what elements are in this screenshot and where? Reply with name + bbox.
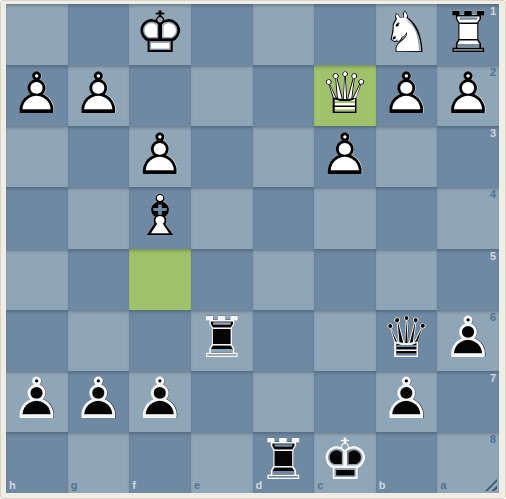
square-b5[interactable] [376, 249, 438, 310]
square-f8[interactable]: f [129, 432, 191, 493]
rank-label-3: 3 [490, 128, 496, 139]
piece-wK-f1[interactable]: ♚♔ [129, 4, 191, 65]
piece-bP-b7[interactable]: ♟♙ [376, 371, 438, 432]
square-d8[interactable]: ♜♖d [253, 432, 315, 493]
piece-wP-g2[interactable]: ♟♙ [68, 65, 130, 126]
square-b8[interactable]: b [376, 432, 438, 493]
chess-diagram: ♚♔♞♘♜♖1♟♙♟♙♛♕♟♙♟♙2♟♙♟♙3♝♗45♜♖♛♕♟♙6♟♙♟♙♟♙… [0, 0, 506, 499]
piece-wP-h2[interactable]: ♟♙ [6, 65, 68, 126]
black-piece-glyph: ♟ [129, 371, 191, 428]
square-b6[interactable]: ♛♕ [376, 310, 438, 371]
square-g6[interactable] [68, 310, 130, 371]
file-label-g: g [71, 480, 78, 491]
square-h1[interactable] [6, 4, 68, 65]
square-c4[interactable] [314, 187, 376, 248]
white-piece-glyph: ♟ [314, 126, 376, 183]
square-f2[interactable] [129, 65, 191, 126]
square-e2[interactable] [191, 65, 253, 126]
square-h5[interactable] [6, 249, 68, 310]
piece-outline-glyph: ♙ [314, 126, 376, 183]
piece-outline-glyph: ♖ [191, 309, 253, 366]
piece-bP-h7[interactable]: ♟♙ [6, 371, 68, 432]
square-b3[interactable] [376, 126, 438, 187]
square-d4[interactable] [253, 187, 315, 248]
resize-handle-icon[interactable] [485, 479, 497, 491]
rank-label-4: 4 [490, 189, 496, 200]
square-a7[interactable]: 7 [437, 371, 499, 432]
square-g1[interactable] [68, 4, 130, 65]
square-g5[interactable] [68, 249, 130, 310]
square-a4[interactable]: 4 [437, 187, 499, 248]
white-piece-glyph: ♟ [376, 65, 438, 122]
chess-board: ♚♔♞♘♜♖1♟♙♟♙♛♕♟♙♟♙2♟♙♟♙3♝♗45♜♖♛♕♟♙6♟♙♟♙♟♙… [6, 4, 499, 493]
piece-wQ-c2[interactable]: ♛♕ [314, 65, 376, 126]
piece-outline-glyph: ♔ [129, 4, 191, 61]
piece-outline-glyph: ♙ [6, 371, 68, 428]
rank-label-7: 7 [490, 373, 496, 384]
rank-label-5: 5 [490, 251, 496, 262]
square-b2[interactable]: ♟♙ [376, 65, 438, 126]
piece-bK-c8[interactable]: ♚♔ [314, 432, 376, 493]
white-piece-glyph: ♛ [314, 65, 376, 122]
square-b7[interactable]: ♟♙ [376, 371, 438, 432]
piece-outline-glyph: ♙ [68, 65, 130, 122]
square-e8[interactable]: e [191, 432, 253, 493]
file-label-e: e [194, 480, 200, 491]
square-c6[interactable] [314, 310, 376, 371]
piece-outline-glyph: ♕ [314, 65, 376, 122]
piece-wP-f3[interactable]: ♟♙ [129, 126, 191, 187]
square-d5[interactable] [253, 249, 315, 310]
white-piece-glyph: ♞ [376, 4, 438, 61]
piece-bR-e6[interactable]: ♜♖ [191, 310, 253, 371]
square-a8[interactable]: 8a [437, 432, 499, 493]
white-piece-glyph: ♟ [6, 65, 68, 122]
white-piece-glyph: ♝ [129, 187, 191, 244]
square-g3[interactable] [68, 126, 130, 187]
rank-label-6: 6 [490, 312, 496, 323]
square-f3[interactable]: ♟♙ [129, 126, 191, 187]
piece-outline-glyph: ♕ [376, 309, 438, 366]
square-c5[interactable] [314, 249, 376, 310]
black-piece-glyph: ♟ [68, 371, 130, 428]
rank-label-2: 2 [490, 67, 496, 78]
rank-label-1: 1 [490, 6, 496, 17]
piece-outline-glyph: ♙ [6, 65, 68, 122]
square-a3[interactable]: 3 [437, 126, 499, 187]
file-label-d: d [256, 480, 263, 491]
square-f5[interactable] [129, 249, 191, 310]
piece-outline-glyph: ♙ [376, 371, 438, 428]
square-e7[interactable] [191, 371, 253, 432]
square-h6[interactable] [6, 310, 68, 371]
piece-outline-glyph: ♗ [129, 187, 191, 244]
white-piece-glyph: ♟ [129, 126, 191, 183]
square-c7[interactable] [314, 371, 376, 432]
square-h8[interactable]: h [6, 432, 68, 493]
square-e6[interactable]: ♜♖ [191, 310, 253, 371]
black-piece-glyph: ♛ [376, 309, 438, 366]
piece-outline-glyph: ♘ [376, 4, 438, 61]
white-piece-glyph: ♚ [129, 4, 191, 61]
piece-wN-b1[interactable]: ♞♘ [376, 4, 438, 65]
square-d1[interactable] [253, 4, 315, 65]
square-c1[interactable] [314, 4, 376, 65]
square-a5[interactable]: 5 [437, 249, 499, 310]
black-piece-glyph: ♟ [376, 371, 438, 428]
square-f4[interactable]: ♝♗ [129, 187, 191, 248]
black-piece-glyph: ♟ [6, 371, 68, 428]
square-g7[interactable]: ♟♙ [68, 371, 130, 432]
piece-wB-f4[interactable]: ♝♗ [129, 187, 191, 248]
square-a6[interactable]: ♟♙6 [437, 310, 499, 371]
square-c3[interactable]: ♟♙ [314, 126, 376, 187]
file-label-f: f [132, 480, 136, 491]
piece-wP-b2[interactable]: ♟♙ [376, 65, 438, 126]
square-d7[interactable] [253, 371, 315, 432]
square-g2[interactable]: ♟♙ [68, 65, 130, 126]
square-f7[interactable]: ♟♙ [129, 371, 191, 432]
piece-outline-glyph: ♙ [129, 371, 191, 428]
square-g4[interactable] [68, 187, 130, 248]
file-label-h: h [9, 480, 16, 491]
square-e4[interactable] [191, 187, 253, 248]
square-a2[interactable]: ♟♙2 [437, 65, 499, 126]
piece-bP-g7[interactable]: ♟♙ [68, 371, 130, 432]
square-c8[interactable]: ♚♔c [314, 432, 376, 493]
square-g8[interactable]: g [68, 432, 130, 493]
piece-outline-glyph: ♙ [376, 65, 438, 122]
square-h4[interactable] [6, 187, 68, 248]
square-b4[interactable] [376, 187, 438, 248]
square-h7[interactable]: ♟♙ [6, 371, 68, 432]
square-a1[interactable]: ♜♖1 [437, 4, 499, 65]
square-b1[interactable]: ♞♘ [376, 4, 438, 65]
file-label-a: a [440, 480, 446, 491]
file-label-b: b [379, 480, 386, 491]
square-h3[interactable] [6, 126, 68, 187]
square-d2[interactable] [253, 65, 315, 126]
square-h2[interactable]: ♟♙ [6, 65, 68, 126]
piece-outline-glyph: ♙ [129, 126, 191, 183]
piece-bP-f7[interactable]: ♟♙ [129, 371, 191, 432]
piece-wP-c3[interactable]: ♟♙ [314, 126, 376, 187]
piece-outline-glyph: ♔ [314, 432, 376, 489]
square-d3[interactable] [253, 126, 315, 187]
square-c2[interactable]: ♛♕ [314, 65, 376, 126]
piece-outline-glyph: ♙ [68, 371, 130, 428]
black-piece-glyph: ♚ [314, 432, 376, 489]
white-piece-glyph: ♟ [68, 65, 130, 122]
black-piece-glyph: ♜ [191, 309, 253, 366]
square-e5[interactable] [191, 249, 253, 310]
square-f1[interactable]: ♚♔ [129, 4, 191, 65]
square-e3[interactable] [191, 126, 253, 187]
square-e1[interactable] [191, 4, 253, 65]
rank-label-8: 8 [490, 434, 496, 445]
square-d6[interactable] [253, 310, 315, 371]
square-f6[interactable] [129, 310, 191, 371]
piece-bQ-b6[interactable]: ♛♕ [376, 310, 438, 371]
file-label-c: c [317, 480, 323, 491]
